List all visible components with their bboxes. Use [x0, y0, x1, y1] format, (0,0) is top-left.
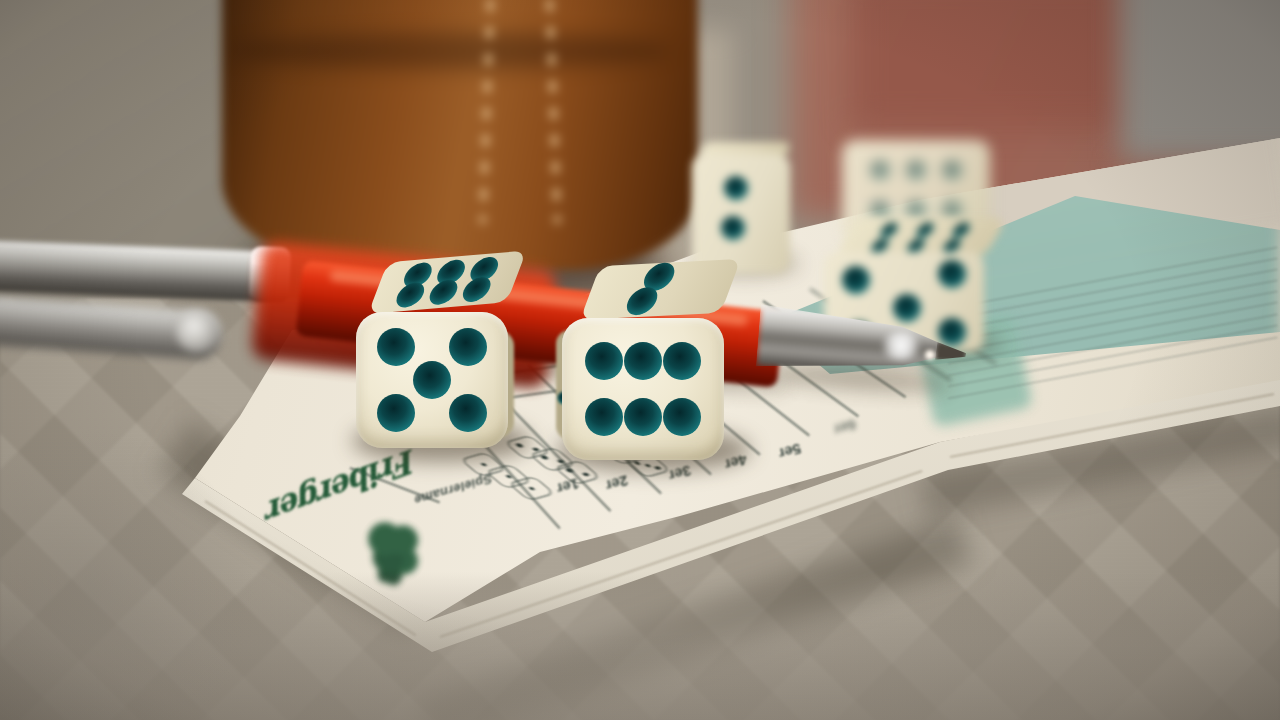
vignette	[0, 0, 1280, 720]
photo-stage: Friberger Spielername 1er 2er 3er 4er 5e…	[0, 0, 1280, 720]
